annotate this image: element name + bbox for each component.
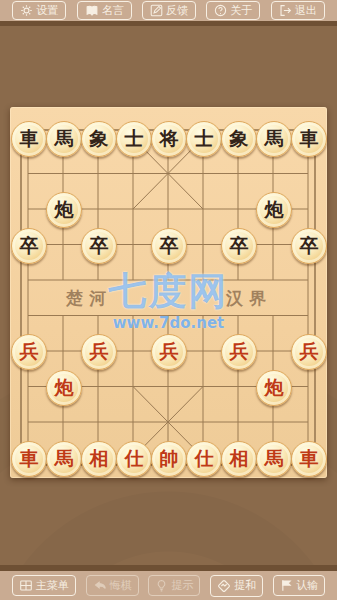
piece-red-炮-h2[interactable]: 炮 [256,370,292,406]
top-toolbar: 设置 名言 反馈 [0,0,337,26]
resign-button[interactable]: 认输 [273,575,325,596]
feedback-label: 反馈 [166,5,188,16]
piece-black-卒-c6[interactable]: 卒 [81,228,117,264]
piece-red-相-c0[interactable]: 相 [81,441,117,477]
piece-black-士-f9[interactable]: 士 [186,121,222,157]
pencil-icon [150,4,163,17]
piece-red-炮-b2[interactable]: 炮 [46,370,82,406]
piece-black-象-c9[interactable]: 象 [81,121,117,157]
bottom-toolbar: 主菜单 悔棋 提示 [0,565,337,600]
piece-red-相-g0[interactable]: 相 [221,441,257,477]
gear-icon [20,4,33,17]
piece-red-兵-c3[interactable]: 兵 [81,334,117,370]
piece-black-炮-h7[interactable]: 炮 [256,192,292,228]
lightbulb-icon [155,579,168,592]
piece-red-兵-e3[interactable]: 兵 [151,334,187,370]
piece-black-車-i9[interactable]: 車 [291,121,327,157]
book-icon [85,4,99,17]
menu-grid-icon [19,579,33,592]
about-button[interactable]: 关于 [206,1,260,20]
piece-red-仕-d0[interactable]: 仕 [116,441,152,477]
piece-black-馬-b9[interactable]: 馬 [46,121,82,157]
exit-icon [279,4,292,17]
offer-draw-button[interactable]: 提和 [210,575,263,597]
hint-button[interactable]: 提示 [148,575,200,596]
piece-black-象-g9[interactable]: 象 [221,121,257,157]
handshake-diamond-icon [217,579,231,593]
feedback-button[interactable]: 反馈 [142,1,196,20]
undo-label: 悔棋 [110,580,132,591]
piece-black-卒-e6[interactable]: 卒 [151,228,187,264]
piece-red-兵-a3[interactable]: 兵 [11,334,47,370]
resign-label: 认输 [296,580,318,591]
piece-red-車-a0[interactable]: 車 [11,441,47,477]
piece-red-兵-g3[interactable]: 兵 [221,334,257,370]
quotes-label: 名言 [102,5,124,16]
exit-button[interactable]: 退出 [271,1,325,20]
exit-label: 退出 [295,5,317,16]
settings-label: 设置 [36,5,58,16]
undo-arrow-icon [93,579,107,592]
flag-icon [280,579,293,592]
piece-red-帥-e0[interactable]: 帥 [151,441,187,477]
piece-red-兵-i3[interactable]: 兵 [291,334,327,370]
piece-red-仕-f0[interactable]: 仕 [186,441,222,477]
main-menu-label: 主菜单 [36,580,69,591]
question-circle-icon [214,4,227,17]
offer-draw-label: 提和 [234,580,256,591]
piece-black-炮-b7[interactable]: 炮 [46,192,82,228]
piece-black-馬-h9[interactable]: 馬 [256,121,292,157]
piece-black-卒-g6[interactable]: 卒 [221,228,257,264]
piece-red-車-i0[interactable]: 車 [291,441,327,477]
app-screen: 设置 名言 反馈 [0,0,337,600]
settings-button[interactable]: 设置 [12,1,66,20]
piece-black-士-d9[interactable]: 士 [116,121,152,157]
piece-black-卒-a6[interactable]: 卒 [11,228,47,264]
undo-button[interactable]: 悔棋 [86,575,139,596]
main-menu-button[interactable]: 主菜单 [12,575,76,596]
piece-black-将-e9[interactable]: 将 [151,121,187,157]
pieces-layer: 車馬象士将士象馬車炮炮卒卒卒卒卒兵兵兵兵兵炮炮車馬相仕帥仕相馬車 [10,107,327,478]
about-label: 关于 [230,5,252,16]
piece-black-卒-i6[interactable]: 卒 [291,228,327,264]
piece-red-馬-h0[interactable]: 馬 [256,441,292,477]
piece-black-車-a9[interactable]: 車 [11,121,47,157]
quotes-button[interactable]: 名言 [77,1,132,20]
hint-label: 提示 [171,580,193,591]
piece-red-馬-b0[interactable]: 馬 [46,441,82,477]
